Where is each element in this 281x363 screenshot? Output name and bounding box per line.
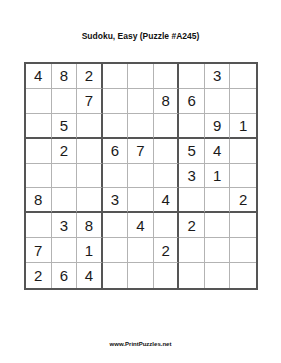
sudoku-cell-r6c3[interactable] [77,188,103,213]
sudoku-cell-r2c4[interactable] [103,89,129,114]
sudoku-cell-r9c8[interactable] [205,263,231,288]
sudoku-cell-r6c6[interactable]: 4 [154,188,180,213]
sudoku-cell-r5c8[interactable]: 1 [205,164,231,189]
sudoku-cell-r3c9[interactable]: 1 [230,114,256,139]
sudoku-cell-r3c8[interactable]: 9 [205,114,231,139]
sudoku-cell-r9c3[interactable]: 4 [77,263,103,288]
sudoku-cell-r8c6[interactable]: 2 [154,238,180,263]
sudoku-cell-r2c1[interactable] [26,89,52,114]
sudoku-cell-r1c2[interactable]: 8 [52,64,78,89]
sudoku-cell-r6c1[interactable]: 8 [26,188,52,213]
puzzle-page: Sudoku, Easy (Puzzle #A245) 482378659126… [0,0,281,363]
sudoku-cell-r5c7[interactable]: 3 [179,164,205,189]
sudoku-cell-r5c9[interactable] [230,164,256,189]
sudoku-cell-r7c4[interactable] [103,213,129,238]
sudoku-cell-r5c1[interactable] [26,164,52,189]
sudoku-cell-r5c2[interactable] [52,164,78,189]
sudoku-cell-r4c3[interactable] [77,139,103,164]
sudoku-cell-r3c2[interactable]: 5 [52,114,78,139]
sudoku-cell-r1c1[interactable]: 4 [26,64,52,89]
sudoku-cell-r5c5[interactable] [128,164,154,189]
sudoku-cell-r8c7[interactable] [179,238,205,263]
sudoku-cell-r2c3[interactable]: 7 [77,89,103,114]
sudoku-cell-r5c4[interactable] [103,164,129,189]
sudoku-cell-r8c9[interactable] [230,238,256,263]
sudoku-cell-r1c4[interactable] [103,64,129,89]
footer-url: www.PrintPuzzles.net [0,341,281,347]
sudoku-cell-r4c6[interactable] [154,139,180,164]
sudoku-cell-r4c1[interactable] [26,139,52,164]
sudoku-cell-r2c5[interactable] [128,89,154,114]
sudoku-cell-r3c4[interactable] [103,114,129,139]
sudoku-cell-r2c7[interactable]: 6 [179,89,205,114]
sudoku-cell-r4c4[interactable]: 6 [103,139,129,164]
sudoku-cell-r7c1[interactable] [26,213,52,238]
sudoku-cell-r5c3[interactable] [77,164,103,189]
sudoku-cell-r1c7[interactable] [179,64,205,89]
sudoku-cell-r6c9[interactable]: 2 [230,188,256,213]
sudoku-cell-r3c5[interactable] [128,114,154,139]
sudoku-cell-r7c2[interactable]: 3 [52,213,78,238]
sudoku-cell-r6c5[interactable] [128,188,154,213]
sudoku-cell-r3c1[interactable] [26,114,52,139]
sudoku-cell-r7c6[interactable] [154,213,180,238]
sudoku-cell-r4c9[interactable] [230,139,256,164]
sudoku-cell-r4c7[interactable]: 5 [179,139,205,164]
sudoku-cell-r1c6[interactable] [154,64,180,89]
sudoku-cell-r6c2[interactable] [52,188,78,213]
sudoku-cell-r4c2[interactable]: 2 [52,139,78,164]
sudoku-cell-r5c6[interactable] [154,164,180,189]
sudoku-cell-r3c3[interactable] [77,114,103,139]
sudoku-cell-r8c1[interactable]: 7 [26,238,52,263]
sudoku-cell-r9c1[interactable]: 2 [26,263,52,288]
sudoku-cell-r3c7[interactable] [179,114,205,139]
sudoku-cell-r8c8[interactable] [205,238,231,263]
sudoku-cell-r9c9[interactable] [230,263,256,288]
sudoku-cell-r4c5[interactable]: 7 [128,139,154,164]
page-title: Sudoku, Easy (Puzzle #A245) [0,31,281,41]
sudoku-cell-r8c2[interactable] [52,238,78,263]
sudoku-cell-r7c9[interactable] [230,213,256,238]
sudoku-cell-r7c3[interactable]: 8 [77,213,103,238]
sudoku-cell-r9c4[interactable] [103,263,129,288]
sudoku-cell-r1c9[interactable] [230,64,256,89]
sudoku-cell-r6c8[interactable] [205,188,231,213]
sudoku-cell-r7c7[interactable]: 2 [179,213,205,238]
sudoku-cell-r8c5[interactable] [128,238,154,263]
sudoku-cell-r6c7[interactable] [179,188,205,213]
sudoku-cell-r2c9[interactable] [230,89,256,114]
sudoku-cell-r1c5[interactable] [128,64,154,89]
sudoku-cell-r8c4[interactable] [103,238,129,263]
sudoku-cell-r3c6[interactable] [154,114,180,139]
sudoku-board: 4823786591267543183423842712264 [24,62,258,290]
sudoku-cell-r7c8[interactable] [205,213,231,238]
sudoku-cell-r9c2[interactable]: 6 [52,263,78,288]
sudoku-cell-r2c8[interactable] [205,89,231,114]
sudoku-cell-r4c8[interactable]: 4 [205,139,231,164]
sudoku-cell-r6c4[interactable]: 3 [103,188,129,213]
sudoku-cell-r2c6[interactable]: 8 [154,89,180,114]
sudoku-cell-r2c2[interactable] [52,89,78,114]
sudoku-cell-r9c5[interactable] [128,263,154,288]
sudoku-cell-r1c3[interactable]: 2 [77,64,103,89]
sudoku-cell-r1c8[interactable]: 3 [205,64,231,89]
sudoku-cell-r9c6[interactable] [154,263,180,288]
sudoku-cell-r9c7[interactable] [179,263,205,288]
sudoku-cell-r7c5[interactable]: 4 [128,213,154,238]
sudoku-cell-r8c3[interactable]: 1 [77,238,103,263]
